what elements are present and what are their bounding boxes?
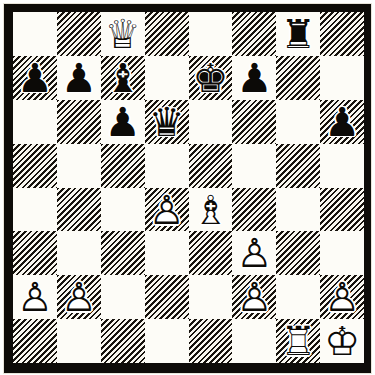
black-rook: ♜: [276, 12, 320, 56]
square-e6: [189, 100, 233, 144]
square-e1: [189, 319, 233, 363]
black-pawn: ♟: [13, 56, 57, 100]
square-h2: ♟♙: [320, 275, 364, 319]
square-a6: [13, 100, 57, 144]
square-g5: [276, 144, 320, 188]
black-bishop: ♝: [101, 56, 145, 100]
square-g3: [276, 231, 320, 275]
white-rook: ♜♖: [276, 319, 320, 363]
black-pawn: ♟: [57, 56, 101, 100]
square-h5: [320, 144, 364, 188]
square-h4: [320, 188, 364, 232]
white-bishop: ♝♗: [189, 188, 233, 232]
square-f1: [232, 319, 276, 363]
white-pawn: ♟♙: [57, 275, 101, 319]
square-b8: [57, 12, 101, 56]
square-b4: [57, 188, 101, 232]
square-d2: [145, 275, 189, 319]
square-b1: [57, 319, 101, 363]
square-e8: [189, 12, 233, 56]
square-a7: ♟: [13, 56, 57, 100]
white-pawn: ♟♙: [320, 275, 364, 319]
square-a4: [13, 188, 57, 232]
square-c1: [101, 319, 145, 363]
black-pawn: ♟: [101, 100, 145, 144]
black-queen: ♛: [145, 100, 189, 144]
square-g1: ♜♖: [276, 319, 320, 363]
square-h7: [320, 56, 364, 100]
square-e2: [189, 275, 233, 319]
square-d3: [145, 231, 189, 275]
square-f5: [232, 144, 276, 188]
square-a8: [13, 12, 57, 56]
square-f2: ♟♙: [232, 275, 276, 319]
black-pawn: ♟: [320, 100, 364, 144]
square-d5: [145, 144, 189, 188]
black-pawn: ♟: [232, 56, 276, 100]
square-b2: ♟♙: [57, 275, 101, 319]
chess-board-frame: ♛♕♜♟♟♝♚♟♟♛♟♟♙♝♗♟♙♟♙♟♙♟♙♟♙♜♖♚♔: [4, 4, 371, 373]
square-f7: ♟: [232, 56, 276, 100]
white-pawn: ♟♙: [232, 231, 276, 275]
white-pawn: ♟♙: [145, 188, 189, 232]
square-e4: ♝♗: [189, 188, 233, 232]
square-c5: [101, 144, 145, 188]
square-d1: [145, 319, 189, 363]
white-pawn: ♟♙: [232, 275, 276, 319]
square-c6: ♟: [101, 100, 145, 144]
square-e3: [189, 231, 233, 275]
square-e7: ♚: [189, 56, 233, 100]
square-g4: [276, 188, 320, 232]
square-c4: [101, 188, 145, 232]
white-queen: ♛♕: [101, 12, 145, 56]
square-g2: [276, 275, 320, 319]
square-c8: ♛♕: [101, 12, 145, 56]
square-e5: [189, 144, 233, 188]
square-f3: ♟♙: [232, 231, 276, 275]
black-king: ♚: [189, 56, 233, 100]
square-c3: [101, 231, 145, 275]
square-a2: ♟♙: [13, 275, 57, 319]
white-pawn: ♟♙: [13, 275, 57, 319]
square-c2: [101, 275, 145, 319]
square-d6: ♛: [145, 100, 189, 144]
square-d8: [145, 12, 189, 56]
chess-board: ♛♕♜♟♟♝♚♟♟♛♟♟♙♝♗♟♙♟♙♟♙♟♙♟♙♜♖♚♔: [13, 12, 364, 363]
square-h1: ♚♔: [320, 319, 364, 363]
square-g8: ♜: [276, 12, 320, 56]
square-h6: ♟: [320, 100, 364, 144]
square-b3: [57, 231, 101, 275]
square-a1: [13, 319, 57, 363]
white-king: ♚♔: [320, 319, 364, 363]
square-f4: [232, 188, 276, 232]
square-a3: [13, 231, 57, 275]
square-b5: [57, 144, 101, 188]
square-g7: [276, 56, 320, 100]
square-b6: [57, 100, 101, 144]
square-d4: ♟♙: [145, 188, 189, 232]
square-c7: ♝: [101, 56, 145, 100]
square-d7: [145, 56, 189, 100]
square-g6: [276, 100, 320, 144]
square-b7: ♟: [57, 56, 101, 100]
square-a5: [13, 144, 57, 188]
square-h8: [320, 12, 364, 56]
square-f6: [232, 100, 276, 144]
square-f8: [232, 12, 276, 56]
square-h3: [320, 231, 364, 275]
